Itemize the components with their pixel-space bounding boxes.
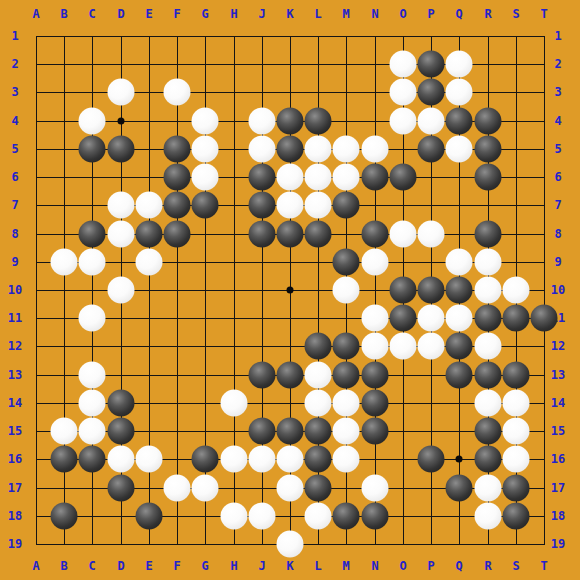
coord-label-top-B: B [60, 8, 67, 20]
stone-white-O3[interactable] [390, 79, 417, 106]
coord-label-top-K: K [286, 8, 293, 20]
stone-white-C9[interactable] [79, 249, 106, 276]
coord-label-right-18: 18 [551, 510, 565, 522]
stone-black-L16[interactable] [305, 446, 332, 473]
stone-black-L15[interactable] [305, 418, 332, 445]
coord-label-right-19: 19 [551, 538, 565, 550]
grid-line-vertical [375, 36, 376, 545]
stone-white-C15[interactable] [79, 418, 106, 445]
stone-black-E18[interactable] [136, 503, 163, 530]
coord-label-right-17: 17 [551, 482, 565, 494]
stone-black-J13[interactable] [249, 362, 276, 389]
coord-label-bottom-J: J [258, 560, 265, 572]
stone-black-K4[interactable] [277, 108, 304, 135]
coord-label-bottom-G: G [201, 560, 208, 572]
stone-white-Q5[interactable] [446, 136, 473, 163]
coord-label-bottom-M: M [342, 560, 349, 572]
stone-black-D14[interactable] [108, 390, 135, 417]
coord-label-right-4: 4 [554, 115, 561, 127]
stone-white-H18[interactable] [221, 503, 248, 530]
stone-black-N18[interactable] [362, 503, 389, 530]
grid-line-vertical [544, 36, 545, 545]
coord-label-top-S: S [512, 8, 519, 20]
coord-label-bottom-E: E [145, 560, 152, 572]
stone-white-J5[interactable] [249, 136, 276, 163]
stone-black-R4[interactable] [475, 108, 502, 135]
stone-black-J8[interactable] [249, 221, 276, 248]
stone-white-N17[interactable] [362, 475, 389, 502]
coord-label-bottom-T: T [540, 560, 547, 572]
stone-white-R10[interactable] [475, 277, 502, 304]
stone-white-N5[interactable] [362, 136, 389, 163]
coord-label-bottom-C: C [88, 560, 95, 572]
stone-white-D7[interactable] [108, 192, 135, 219]
stone-white-N11[interactable] [362, 305, 389, 332]
stone-black-M9[interactable] [333, 249, 360, 276]
stone-black-S13[interactable] [503, 362, 530, 389]
coord-label-bottom-P: P [427, 560, 434, 572]
stone-black-P16[interactable] [418, 446, 445, 473]
coord-label-left-5: 5 [11, 143, 18, 155]
coord-label-top-R: R [484, 8, 491, 20]
coord-label-bottom-D: D [117, 560, 124, 572]
stone-white-M5[interactable] [333, 136, 360, 163]
coord-label-left-14: 14 [8, 397, 22, 409]
stone-black-G7[interactable] [192, 192, 219, 219]
stone-black-L12[interactable] [305, 333, 332, 360]
stone-black-J7[interactable] [249, 192, 276, 219]
stone-black-P10[interactable] [418, 277, 445, 304]
stone-black-R8[interactable] [475, 221, 502, 248]
coord-label-left-12: 12 [8, 340, 22, 352]
coord-label-top-E: E [145, 8, 152, 20]
stone-white-D10[interactable] [108, 277, 135, 304]
stone-black-F8[interactable] [164, 221, 191, 248]
stone-black-S18[interactable] [503, 503, 530, 530]
stone-white-H14[interactable] [221, 390, 248, 417]
stone-black-Q12[interactable] [446, 333, 473, 360]
stone-black-L17[interactable] [305, 475, 332, 502]
stone-black-K8[interactable] [277, 221, 304, 248]
stone-white-R17[interactable] [475, 475, 502, 502]
stone-white-G5[interactable] [192, 136, 219, 163]
stone-black-R11[interactable] [475, 305, 502, 332]
go-board[interactable]: AABBCCDDEEFFGGHHJJKKLLMMNNOOPPQQRRSSTT11… [0, 0, 580, 580]
coord-label-left-10: 10 [8, 284, 22, 296]
coord-label-right-12: 12 [551, 340, 565, 352]
coord-label-bottom-H: H [230, 560, 237, 572]
stone-black-N6[interactable] [362, 164, 389, 191]
stone-white-C14[interactable] [79, 390, 106, 417]
stone-black-T11[interactable] [531, 305, 558, 332]
stone-black-D5[interactable] [108, 136, 135, 163]
stone-white-B9[interactable] [51, 249, 78, 276]
stone-black-R15[interactable] [475, 418, 502, 445]
coord-label-left-6: 6 [11, 171, 18, 183]
stone-black-K5[interactable] [277, 136, 304, 163]
stone-white-S10[interactable] [503, 277, 530, 304]
coord-label-right-1: 1 [554, 30, 561, 42]
stone-black-Q13[interactable] [446, 362, 473, 389]
stone-white-C11[interactable] [79, 305, 106, 332]
stone-black-C5[interactable] [79, 136, 106, 163]
star-point-K10 [287, 287, 294, 294]
stone-white-C4[interactable] [79, 108, 106, 135]
stone-black-B16[interactable] [51, 446, 78, 473]
stone-black-O11[interactable] [390, 305, 417, 332]
stone-white-S16[interactable] [503, 446, 530, 473]
stone-white-Q2[interactable] [446, 51, 473, 78]
stone-white-S14[interactable] [503, 390, 530, 417]
coord-label-top-A: A [32, 8, 39, 20]
stone-black-S11[interactable] [503, 305, 530, 332]
stone-black-N15[interactable] [362, 418, 389, 445]
coord-label-right-3: 3 [554, 86, 561, 98]
stone-white-L5[interactable] [305, 136, 332, 163]
coord-label-left-17: 17 [8, 482, 22, 494]
stone-black-L4[interactable] [305, 108, 332, 135]
stone-black-O10[interactable] [390, 277, 417, 304]
coord-label-right-6: 6 [554, 171, 561, 183]
star-point-D4 [118, 118, 125, 125]
coord-label-top-G: G [201, 8, 208, 20]
coord-label-right-15: 15 [551, 425, 565, 437]
coord-label-right-16: 16 [551, 453, 565, 465]
stone-black-N13[interactable] [362, 362, 389, 389]
stone-white-E7[interactable] [136, 192, 163, 219]
stone-white-K6[interactable] [277, 164, 304, 191]
stone-white-O2[interactable] [390, 51, 417, 78]
stone-white-O4[interactable] [390, 108, 417, 135]
stone-black-F6[interactable] [164, 164, 191, 191]
stone-black-R6[interactable] [475, 164, 502, 191]
grid-line-horizontal [36, 516, 545, 517]
stone-black-M12[interactable] [333, 333, 360, 360]
stone-white-Q3[interactable] [446, 79, 473, 106]
coord-label-left-7: 7 [11, 199, 18, 211]
stone-white-G6[interactable] [192, 164, 219, 191]
stone-black-D15[interactable] [108, 418, 135, 445]
coord-label-top-H: H [230, 8, 237, 20]
stone-white-K19[interactable] [277, 531, 304, 558]
stone-white-M10[interactable] [333, 277, 360, 304]
stone-white-R9[interactable] [475, 249, 502, 276]
coord-label-bottom-O: O [399, 560, 406, 572]
stone-white-D8[interactable] [108, 221, 135, 248]
stone-white-M6[interactable] [333, 164, 360, 191]
stone-black-C8[interactable] [79, 221, 106, 248]
coord-label-top-F: F [173, 8, 180, 20]
stone-black-J6[interactable] [249, 164, 276, 191]
stone-white-D3[interactable] [108, 79, 135, 106]
stone-black-P2[interactable] [418, 51, 445, 78]
stone-black-J15[interactable] [249, 418, 276, 445]
coord-label-left-8: 8 [11, 228, 18, 240]
stone-white-K16[interactable] [277, 446, 304, 473]
stone-white-M14[interactable] [333, 390, 360, 417]
stone-black-D17[interactable] [108, 475, 135, 502]
stone-black-E8[interactable] [136, 221, 163, 248]
coord-label-right-8: 8 [554, 228, 561, 240]
coord-label-top-C: C [88, 8, 95, 20]
coord-label-top-P: P [427, 8, 434, 20]
stone-white-E9[interactable] [136, 249, 163, 276]
stone-black-R13[interactable] [475, 362, 502, 389]
coord-label-right-14: 14 [551, 397, 565, 409]
stone-black-Q4[interactable] [446, 108, 473, 135]
stone-white-M15[interactable] [333, 418, 360, 445]
stone-black-M18[interactable] [333, 503, 360, 530]
coord-label-right-7: 7 [554, 199, 561, 211]
stone-white-D16[interactable] [108, 446, 135, 473]
stone-white-R14[interactable] [475, 390, 502, 417]
coord-label-left-4: 4 [11, 115, 18, 127]
stone-white-O12[interactable] [390, 333, 417, 360]
coord-label-top-Q: Q [455, 8, 462, 20]
coord-label-bottom-A: A [32, 560, 39, 572]
stone-white-K7[interactable] [277, 192, 304, 219]
stone-black-G16[interactable] [192, 446, 219, 473]
coord-label-top-T: T [540, 8, 547, 20]
stone-black-R5[interactable] [475, 136, 502, 163]
coord-label-top-N: N [371, 8, 378, 20]
coord-label-right-5: 5 [554, 143, 561, 155]
coord-label-left-11: 11 [8, 312, 22, 324]
coord-label-right-2: 2 [554, 58, 561, 70]
stone-white-G17[interactable] [192, 475, 219, 502]
stone-black-B18[interactable] [51, 503, 78, 530]
stone-black-L8[interactable] [305, 221, 332, 248]
stone-white-G4[interactable] [192, 108, 219, 135]
coord-label-bottom-Q: Q [455, 560, 462, 572]
coord-label-left-2: 2 [11, 58, 18, 70]
stone-white-L13[interactable] [305, 362, 332, 389]
coord-label-bottom-L: L [314, 560, 321, 572]
coord-label-bottom-R: R [484, 560, 491, 572]
coord-label-top-L: L [314, 8, 321, 20]
stone-white-J16[interactable] [249, 446, 276, 473]
coord-label-left-16: 16 [8, 453, 22, 465]
coord-label-top-J: J [258, 8, 265, 20]
stone-white-P11[interactable] [418, 305, 445, 332]
stone-white-B15[interactable] [51, 418, 78, 445]
stone-white-L6[interactable] [305, 164, 332, 191]
stone-white-P8[interactable] [418, 221, 445, 248]
stone-black-C16[interactable] [79, 446, 106, 473]
stone-white-P4[interactable] [418, 108, 445, 135]
coord-label-bottom-N: N [371, 560, 378, 572]
stone-black-O6[interactable] [390, 164, 417, 191]
stone-white-P12[interactable] [418, 333, 445, 360]
stone-white-M16[interactable] [333, 446, 360, 473]
coord-label-bottom-B: B [60, 560, 67, 572]
stone-black-P5[interactable] [418, 136, 445, 163]
stone-white-R18[interactable] [475, 503, 502, 530]
stone-black-M7[interactable] [333, 192, 360, 219]
coord-label-left-15: 15 [8, 425, 22, 437]
stone-white-J4[interactable] [249, 108, 276, 135]
coord-label-left-3: 3 [11, 86, 18, 98]
coord-label-top-O: O [399, 8, 406, 20]
coord-label-top-D: D [117, 8, 124, 20]
coord-label-right-13: 13 [551, 369, 565, 381]
stone-white-C13[interactable] [79, 362, 106, 389]
stone-black-F7[interactable] [164, 192, 191, 219]
coord-label-left-13: 13 [8, 369, 22, 381]
stone-black-N8[interactable] [362, 221, 389, 248]
stone-black-K15[interactable] [277, 418, 304, 445]
stone-black-M13[interactable] [333, 362, 360, 389]
stone-white-N9[interactable] [362, 249, 389, 276]
coord-label-bottom-F: F [173, 560, 180, 572]
stone-white-F3[interactable] [164, 79, 191, 106]
coord-label-left-1: 1 [11, 30, 18, 42]
star-point-Q16 [456, 456, 463, 463]
stone-white-H16[interactable] [221, 446, 248, 473]
coord-label-left-19: 19 [8, 538, 22, 550]
stone-white-L7[interactable] [305, 192, 332, 219]
stone-black-R16[interactable] [475, 446, 502, 473]
coord-label-bottom-K: K [286, 560, 293, 572]
stone-white-F17[interactable] [164, 475, 191, 502]
stone-white-L18[interactable] [305, 503, 332, 530]
stone-black-N14[interactable] [362, 390, 389, 417]
stone-black-K13[interactable] [277, 362, 304, 389]
stone-white-L14[interactable] [305, 390, 332, 417]
stone-black-Q17[interactable] [446, 475, 473, 502]
stone-white-N12[interactable] [362, 333, 389, 360]
stone-white-K17[interactable] [277, 475, 304, 502]
stone-white-S15[interactable] [503, 418, 530, 445]
stone-white-O8[interactable] [390, 221, 417, 248]
coord-label-bottom-S: S [512, 560, 519, 572]
stone-white-Q9[interactable] [446, 249, 473, 276]
stone-white-J18[interactable] [249, 503, 276, 530]
stone-black-P3[interactable] [418, 79, 445, 106]
stone-black-F5[interactable] [164, 136, 191, 163]
stone-white-Q11[interactable] [446, 305, 473, 332]
coord-label-left-9: 9 [11, 256, 18, 268]
coord-label-left-18: 18 [8, 510, 22, 522]
coord-label-right-10: 10 [551, 284, 565, 296]
stone-white-R12[interactable] [475, 333, 502, 360]
stone-white-E16[interactable] [136, 446, 163, 473]
stone-black-Q10[interactable] [446, 277, 473, 304]
stone-black-S17[interactable] [503, 475, 530, 502]
coord-label-top-M: M [342, 8, 349, 20]
coord-label-right-9: 9 [554, 256, 561, 268]
